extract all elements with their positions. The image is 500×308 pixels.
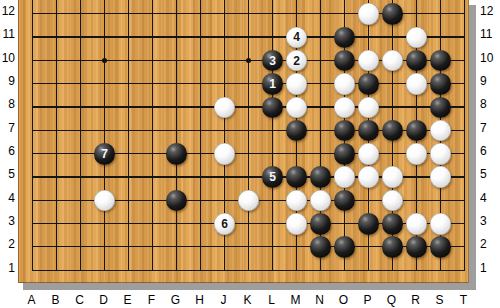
move-number-3: 3	[269, 55, 276, 67]
intersection-C5[interactable]	[69, 166, 93, 189]
intersection-A2[interactable]	[21, 236, 45, 259]
intersection-E11[interactable]	[117, 26, 141, 49]
goban-grid: 4321756	[21, 2, 470, 282]
intersection-J2[interactable]	[213, 236, 237, 259]
intersection-T9[interactable]	[453, 72, 470, 95]
row-label-left-9: 9	[0, 75, 15, 88]
intersection-G10[interactable]	[165, 49, 189, 72]
intersection-Q5[interactable]	[381, 166, 405, 189]
intersection-J12[interactable]	[213, 2, 237, 25]
black-stone-P9	[358, 73, 380, 95]
intersection-R9[interactable]	[405, 72, 429, 95]
intersection-C1[interactable]	[69, 259, 93, 282]
intersection-A7[interactable]	[21, 119, 45, 142]
intersection-T1[interactable]	[453, 259, 470, 282]
white-stone-Q10	[382, 50, 404, 72]
intersection-N10[interactable]	[309, 49, 333, 72]
intersection-K11[interactable]	[237, 26, 261, 49]
intersection-M11[interactable]: 4	[285, 26, 309, 49]
intersection-P10[interactable]	[357, 49, 381, 72]
intersection-B2[interactable]	[45, 236, 69, 259]
intersection-P8[interactable]	[357, 96, 381, 119]
intersection-A12[interactable]	[21, 2, 45, 25]
intersection-J10[interactable]	[213, 49, 237, 72]
intersection-G1[interactable]	[165, 259, 189, 282]
intersection-Q10[interactable]	[381, 49, 405, 72]
intersection-G9[interactable]	[165, 72, 189, 95]
intersection-M8[interactable]	[285, 96, 309, 119]
intersection-F8[interactable]	[141, 96, 165, 119]
col-label-D: D	[96, 294, 112, 307]
intersection-B9[interactable]	[45, 72, 69, 95]
intersection-K6[interactable]	[237, 142, 261, 165]
intersection-H1[interactable]	[189, 259, 213, 282]
intersection-H6[interactable]	[189, 142, 213, 165]
intersection-S8[interactable]	[429, 96, 453, 119]
intersection-P4[interactable]	[357, 189, 381, 212]
intersection-K7[interactable]	[237, 119, 261, 142]
intersection-D11[interactable]	[93, 26, 117, 49]
intersection-S7[interactable]	[429, 119, 453, 142]
intersection-P3[interactable]	[357, 212, 381, 235]
intersection-P5[interactable]	[357, 166, 381, 189]
row-label-left-12: 12	[0, 5, 15, 18]
black-stone-S2	[430, 236, 452, 258]
col-label-S: S	[432, 294, 448, 307]
white-stone-O8	[334, 97, 356, 119]
black-stone-O6	[334, 143, 356, 165]
intersection-T6[interactable]	[453, 142, 470, 165]
intersection-P12[interactable]	[357, 2, 381, 25]
intersection-O6[interactable]	[333, 142, 357, 165]
intersection-K8[interactable]	[237, 96, 261, 119]
row-label-right-9: 9	[480, 75, 498, 88]
intersection-S6[interactable]	[429, 142, 453, 165]
intersection-J9[interactable]	[213, 72, 237, 95]
intersection-S5[interactable]	[429, 166, 453, 189]
intersection-R4[interactable]	[405, 189, 429, 212]
intersection-T12[interactable]	[453, 2, 470, 25]
intersection-T4[interactable]	[453, 189, 470, 212]
intersection-P7[interactable]	[357, 119, 381, 142]
col-label-F: F	[144, 294, 160, 307]
intersection-F10[interactable]	[141, 49, 165, 72]
white-stone-J8	[214, 97, 236, 119]
intersection-E8[interactable]	[117, 96, 141, 119]
intersection-G11[interactable]	[165, 26, 189, 49]
intersection-L10[interactable]: 3	[261, 49, 285, 72]
black-stone-Q2	[382, 236, 404, 258]
intersection-B7[interactable]	[45, 119, 69, 142]
black-stone-O4	[334, 190, 356, 212]
intersection-N7[interactable]	[309, 119, 333, 142]
intersection-O1[interactable]	[333, 259, 357, 282]
intersection-E5[interactable]	[117, 166, 141, 189]
intersection-B6[interactable]	[45, 142, 69, 165]
intersection-E3[interactable]	[117, 212, 141, 235]
intersection-M2[interactable]	[285, 236, 309, 259]
intersection-F7[interactable]	[141, 119, 165, 142]
intersection-C8[interactable]	[69, 96, 93, 119]
intersection-L12[interactable]	[261, 2, 285, 25]
intersection-Q3[interactable]	[381, 212, 405, 235]
row-label-right-8: 8	[480, 98, 498, 111]
white-stone-M3	[286, 213, 308, 235]
intersection-E1[interactable]	[117, 259, 141, 282]
intersection-L6[interactable]	[261, 142, 285, 165]
move-number-6: 6	[221, 218, 228, 230]
intersection-L4[interactable]	[261, 189, 285, 212]
move-number-5: 5	[269, 171, 276, 183]
intersection-M7[interactable]	[285, 119, 309, 142]
intersection-T5[interactable]	[453, 166, 470, 189]
intersection-H9[interactable]	[189, 72, 213, 95]
intersection-F11[interactable]	[141, 26, 165, 49]
intersection-Q12[interactable]	[381, 2, 405, 25]
intersection-G2[interactable]	[165, 236, 189, 259]
intersection-F9[interactable]	[141, 72, 165, 95]
intersection-A10[interactable]	[21, 49, 45, 72]
intersection-N11[interactable]	[309, 26, 333, 49]
intersection-C4[interactable]	[69, 189, 93, 212]
intersection-R6[interactable]	[405, 142, 429, 165]
col-label-R: R	[408, 294, 424, 307]
intersection-S10[interactable]	[429, 49, 453, 72]
intersection-Q2[interactable]	[381, 236, 405, 259]
intersection-A11[interactable]	[21, 26, 45, 49]
intersection-F12[interactable]	[141, 2, 165, 25]
intersection-S12[interactable]	[429, 2, 453, 25]
intersection-E9[interactable]	[117, 72, 141, 95]
intersection-B10[interactable]	[45, 49, 69, 72]
intersection-O3[interactable]	[333, 212, 357, 235]
intersection-K3[interactable]	[237, 212, 261, 235]
intersection-M4[interactable]	[285, 189, 309, 212]
intersection-N12[interactable]	[309, 2, 333, 25]
row-label-left-6: 6	[0, 145, 15, 158]
intersection-P9[interactable]	[357, 72, 381, 95]
intersection-G5[interactable]	[165, 166, 189, 189]
row-label-left-5: 5	[0, 168, 15, 181]
white-stone-O5	[334, 166, 356, 188]
intersection-R5[interactable]	[405, 166, 429, 189]
intersection-S1[interactable]	[429, 259, 453, 282]
intersection-D3[interactable]	[93, 212, 117, 235]
intersection-C12[interactable]	[69, 2, 93, 25]
intersection-O10[interactable]	[333, 49, 357, 72]
intersection-N8[interactable]	[309, 96, 333, 119]
intersection-L3[interactable]	[261, 212, 285, 235]
black-stone-Q12	[382, 3, 404, 25]
intersection-B12[interactable]	[45, 2, 69, 25]
white-stone-J3: 6	[214, 213, 236, 235]
col-label-B: B	[48, 294, 64, 307]
black-stone-O7	[334, 120, 356, 142]
row-label-left-7: 7	[0, 122, 15, 135]
intersection-C6[interactable]	[69, 142, 93, 165]
row-label-right-1: 1	[480, 262, 498, 275]
intersection-M1[interactable]	[285, 259, 309, 282]
intersection-N3[interactable]	[309, 212, 333, 235]
intersection-A1[interactable]	[21, 259, 45, 282]
intersection-H2[interactable]	[189, 236, 213, 259]
black-stone-Q7	[382, 120, 404, 142]
intersection-P6[interactable]	[357, 142, 381, 165]
row-label-right-2: 2	[480, 238, 498, 251]
intersection-H5[interactable]	[189, 166, 213, 189]
intersection-R3[interactable]	[405, 212, 429, 235]
intersection-E7[interactable]	[117, 119, 141, 142]
intersection-Q6[interactable]	[381, 142, 405, 165]
intersection-C2[interactable]	[69, 236, 93, 259]
intersection-L1[interactable]	[261, 259, 285, 282]
intersection-A5[interactable]	[21, 166, 45, 189]
intersection-Q1[interactable]	[381, 259, 405, 282]
intersection-F6[interactable]	[141, 142, 165, 165]
intersection-B5[interactable]	[45, 166, 69, 189]
move-number-1: 1	[269, 78, 276, 90]
board-shadow-right	[469, 5, 476, 290]
intersection-L2[interactable]	[261, 236, 285, 259]
intersection-C10[interactable]	[69, 49, 93, 72]
intersection-A6[interactable]	[21, 142, 45, 165]
intersection-T8[interactable]	[453, 96, 470, 119]
intersection-J8[interactable]	[213, 96, 237, 119]
intersection-B3[interactable]	[45, 212, 69, 235]
col-label-T: T	[456, 294, 472, 307]
board-shadow-bottom	[23, 283, 476, 290]
intersection-L11[interactable]	[261, 26, 285, 49]
intersection-R8[interactable]	[405, 96, 429, 119]
intersection-K12[interactable]	[237, 2, 261, 25]
intersection-N4[interactable]	[309, 189, 333, 212]
intersection-H7[interactable]	[189, 119, 213, 142]
white-stone-N4	[310, 190, 332, 212]
intersection-C9[interactable]	[69, 72, 93, 95]
intersection-J4[interactable]	[213, 189, 237, 212]
intersection-F5[interactable]	[141, 166, 165, 189]
intersection-O8[interactable]	[333, 96, 357, 119]
intersection-N9[interactable]	[309, 72, 333, 95]
intersection-M5[interactable]	[285, 166, 309, 189]
intersection-D7[interactable]	[93, 119, 117, 142]
intersection-D2[interactable]	[93, 236, 117, 259]
intersection-R11[interactable]	[405, 26, 429, 49]
white-stone-J6	[214, 143, 236, 165]
intersection-A8[interactable]	[21, 96, 45, 119]
intersection-H10[interactable]	[189, 49, 213, 72]
intersection-G8[interactable]	[165, 96, 189, 119]
intersection-S2[interactable]	[429, 236, 453, 259]
black-stone-G6	[166, 143, 188, 165]
intersection-R7[interactable]	[405, 119, 429, 142]
intersection-G3[interactable]	[165, 212, 189, 235]
intersection-L7[interactable]	[261, 119, 285, 142]
intersection-J5[interactable]	[213, 166, 237, 189]
row-label-left-3: 3	[0, 215, 15, 228]
intersection-M3[interactable]	[285, 212, 309, 235]
intersection-N5[interactable]	[309, 166, 333, 189]
row-label-left-2: 2	[0, 238, 15, 251]
intersection-J7[interactable]	[213, 119, 237, 142]
intersection-O9[interactable]	[333, 72, 357, 95]
intersection-A3[interactable]	[21, 212, 45, 235]
intersection-L8[interactable]	[261, 96, 285, 119]
intersection-P1[interactable]	[357, 259, 381, 282]
row-label-right-10: 10	[480, 52, 498, 65]
black-stone-L9: 1	[262, 73, 284, 95]
intersection-J6[interactable]	[213, 142, 237, 165]
intersection-Q4[interactable]	[381, 189, 405, 212]
white-stone-Q4	[382, 190, 404, 212]
intersection-G6[interactable]	[165, 142, 189, 165]
intersection-S9[interactable]	[429, 72, 453, 95]
intersection-H4[interactable]	[189, 189, 213, 212]
intersection-D12[interactable]	[93, 2, 117, 25]
intersection-O4[interactable]	[333, 189, 357, 212]
intersection-F3[interactable]	[141, 212, 165, 235]
intersection-T10[interactable]	[453, 49, 470, 72]
intersection-K9[interactable]	[237, 72, 261, 95]
intersection-G12[interactable]	[165, 2, 189, 25]
intersection-E6[interactable]	[117, 142, 141, 165]
intersection-P2[interactable]	[357, 236, 381, 259]
intersection-T2[interactable]	[453, 236, 470, 259]
intersection-R12[interactable]	[405, 2, 429, 25]
intersection-N6[interactable]	[309, 142, 333, 165]
col-label-J: J	[216, 294, 232, 307]
black-stone-R2	[406, 236, 428, 258]
intersection-E10[interactable]	[117, 49, 141, 72]
intersection-S11[interactable]	[429, 26, 453, 49]
intersection-M9[interactable]	[285, 72, 309, 95]
intersection-H3[interactable]	[189, 212, 213, 235]
intersection-F4[interactable]	[141, 189, 165, 212]
intersection-M6[interactable]	[285, 142, 309, 165]
white-stone-M9	[286, 73, 308, 95]
black-stone-S10	[430, 50, 452, 72]
intersection-S4[interactable]	[429, 189, 453, 212]
intersection-S3[interactable]	[429, 212, 453, 235]
black-stone-R10	[406, 50, 428, 72]
intersection-K1[interactable]	[237, 259, 261, 282]
black-stone-N3	[310, 213, 332, 235]
intersection-F1[interactable]	[141, 259, 165, 282]
intersection-F2[interactable]	[141, 236, 165, 259]
intersection-B4[interactable]	[45, 189, 69, 212]
col-label-P: P	[360, 294, 376, 307]
intersection-Q11[interactable]	[381, 26, 405, 49]
intersection-L5[interactable]: 5	[261, 166, 285, 189]
black-stone-O10	[334, 50, 356, 72]
intersection-M12[interactable]	[285, 2, 309, 25]
white-stone-P6	[358, 143, 380, 165]
intersection-O2[interactable]	[333, 236, 357, 259]
intersection-R2[interactable]	[405, 236, 429, 259]
intersection-D6[interactable]: 7	[93, 142, 117, 165]
intersection-L9[interactable]: 1	[261, 72, 285, 95]
black-stone-Q3	[382, 213, 404, 235]
intersection-D4[interactable]	[93, 189, 117, 212]
col-label-E: E	[120, 294, 136, 307]
intersection-R1[interactable]	[405, 259, 429, 282]
intersection-O12[interactable]	[333, 2, 357, 25]
intersection-G7[interactable]	[165, 119, 189, 142]
intersection-E4[interactable]	[117, 189, 141, 212]
intersection-A9[interactable]	[21, 72, 45, 95]
intersection-O11[interactable]	[333, 26, 357, 49]
intersection-T11[interactable]	[453, 26, 470, 49]
col-label-N: N	[312, 294, 328, 307]
goban: 4321756	[18, 0, 469, 283]
intersection-O7[interactable]	[333, 119, 357, 142]
intersection-E2[interactable]	[117, 236, 141, 259]
white-stone-O9	[334, 73, 356, 95]
black-stone-S8	[430, 97, 452, 119]
intersection-C11[interactable]	[69, 26, 93, 49]
intersection-G4[interactable]	[165, 189, 189, 212]
col-label-Q: Q	[384, 294, 400, 307]
intersection-B1[interactable]	[45, 259, 69, 282]
intersection-K5[interactable]	[237, 166, 261, 189]
black-stone-L5: 5	[262, 166, 284, 188]
intersection-B11[interactable]	[45, 26, 69, 49]
intersection-J11[interactable]	[213, 26, 237, 49]
intersection-C3[interactable]	[69, 212, 93, 235]
white-stone-M10: 2	[286, 50, 308, 72]
intersection-P11[interactable]	[357, 26, 381, 49]
intersection-K4[interactable]	[237, 189, 261, 212]
intersection-J1[interactable]	[213, 259, 237, 282]
intersection-J3[interactable]: 6	[213, 212, 237, 235]
intersection-B8[interactable]	[45, 96, 69, 119]
intersection-Q9[interactable]	[381, 72, 405, 95]
black-stone-R7	[406, 120, 428, 142]
intersection-O5[interactable]	[333, 166, 357, 189]
intersection-D5[interactable]	[93, 166, 117, 189]
white-stone-R6	[406, 143, 428, 165]
white-stone-Q5	[382, 166, 404, 188]
intersection-T3[interactable]	[453, 212, 470, 235]
black-stone-P3	[358, 213, 380, 235]
intersection-D9[interactable]	[93, 72, 117, 95]
intersection-D8[interactable]	[93, 96, 117, 119]
row-label-left-10: 10	[0, 52, 15, 65]
intersection-E12[interactable]	[117, 2, 141, 25]
white-stone-P5	[358, 166, 380, 188]
intersection-R10[interactable]	[405, 49, 429, 72]
intersection-T7[interactable]	[453, 119, 470, 142]
black-stone-M7	[286, 120, 308, 142]
col-label-M: M	[288, 294, 304, 307]
row-label-left-1: 1	[0, 262, 15, 275]
intersection-H11[interactable]	[189, 26, 213, 49]
intersection-H12[interactable]	[189, 2, 213, 25]
intersection-Q8[interactable]	[381, 96, 405, 119]
go-diagram: 4321756 121110987654321121110987654321AB…	[0, 0, 500, 308]
intersection-C7[interactable]	[69, 119, 93, 142]
intersection-N1[interactable]	[309, 259, 333, 282]
col-label-G: G	[168, 294, 184, 307]
intersection-H8[interactable]	[189, 96, 213, 119]
intersection-K2[interactable]	[237, 236, 261, 259]
intersection-M10[interactable]: 2	[285, 49, 309, 72]
intersection-Q7[interactable]	[381, 119, 405, 142]
intersection-D1[interactable]	[93, 259, 117, 282]
intersection-N2[interactable]	[309, 236, 333, 259]
intersection-A4[interactable]	[21, 189, 45, 212]
white-stone-R3	[406, 213, 428, 235]
